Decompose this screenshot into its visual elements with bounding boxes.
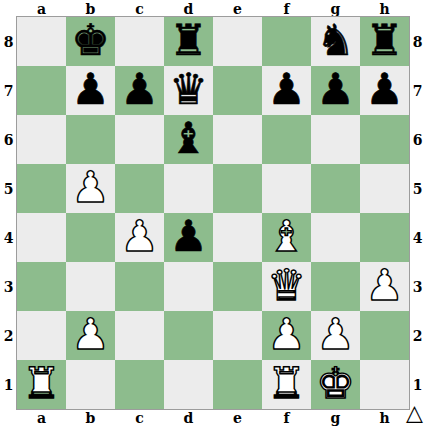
square-g8[interactable]: ♞ — [311, 17, 360, 66]
white-pawn-b5[interactable]: ♟ — [71, 163, 110, 212]
square-c7[interactable]: ♟ — [115, 66, 164, 115]
white-pawn-g2[interactable]: ♟ — [316, 310, 355, 359]
square-b7[interactable]: ♟ — [66, 66, 115, 115]
white-pawn-h3[interactable]: ♟ — [365, 261, 404, 310]
file-label-a-top: a — [17, 0, 66, 17]
square-g4[interactable] — [311, 213, 360, 262]
square-c8[interactable] — [115, 17, 164, 66]
black-pawn-h7[interactable]: ♟ — [365, 65, 404, 114]
black-rook-d8[interactable]: ♜ — [169, 16, 208, 65]
square-g2[interactable]: ♟ — [311, 311, 360, 360]
square-a1[interactable]: ♜ — [17, 360, 66, 409]
file-label-e-bottom: e — [213, 409, 262, 426]
square-b1[interactable] — [66, 360, 115, 409]
square-c3[interactable] — [115, 262, 164, 311]
square-f2[interactable]: ♟ — [262, 311, 311, 360]
white-pawn-b2[interactable]: ♟ — [71, 310, 110, 359]
square-b3[interactable] — [66, 262, 115, 311]
white-to-move-indicator: △ — [406, 402, 423, 424]
file-label-a-bottom: a — [17, 409, 66, 426]
file-label-c-top: c — [115, 0, 164, 17]
square-e2[interactable] — [213, 311, 262, 360]
square-a3[interactable] — [17, 262, 66, 311]
white-pawn-c4[interactable]: ♟ — [120, 212, 159, 261]
rank-label-6-right: 6 — [409, 115, 426, 164]
file-label-c-bottom: c — [115, 409, 164, 426]
rank-label-5-left: 5 — [0, 164, 17, 213]
square-b4[interactable] — [66, 213, 115, 262]
square-g3[interactable] — [311, 262, 360, 311]
square-c4[interactable]: ♟ — [115, 213, 164, 262]
white-pawn-f2[interactable]: ♟ — [267, 310, 306, 359]
square-e5[interactable] — [213, 164, 262, 213]
square-b2[interactable]: ♟ — [66, 311, 115, 360]
file-label-d-bottom: d — [164, 409, 213, 426]
black-pawn-f7[interactable]: ♟ — [267, 65, 306, 114]
rank-label-4-right: 4 — [409, 213, 426, 262]
file-label-e-top: e — [213, 0, 262, 17]
square-h4[interactable] — [360, 213, 409, 262]
square-f6[interactable] — [262, 115, 311, 164]
square-f7[interactable]: ♟ — [262, 66, 311, 115]
square-g1[interactable]: ♚ — [311, 360, 360, 409]
black-knight-g8[interactable]: ♞ — [316, 16, 355, 65]
file-label-f-bottom: f — [262, 409, 311, 426]
square-e6[interactable] — [213, 115, 262, 164]
black-queen-d7[interactable]: ♛ — [169, 65, 208, 114]
rank-label-2-right: 2 — [409, 311, 426, 360]
square-b6[interactable] — [66, 115, 115, 164]
square-a4[interactable] — [17, 213, 66, 262]
white-rook-a1[interactable]: ♜ — [22, 359, 61, 408]
square-a2[interactable] — [17, 311, 66, 360]
square-c1[interactable] — [115, 360, 164, 409]
rank-label-3-left: 3 — [0, 262, 17, 311]
square-a7[interactable] — [17, 66, 66, 115]
white-queen-f3[interactable]: ♛ — [267, 261, 306, 310]
square-f8[interactable] — [262, 17, 311, 66]
square-d2[interactable] — [164, 311, 213, 360]
black-rook-h8[interactable]: ♜ — [365, 16, 404, 65]
black-bishop-d6[interactable]: ♝ — [169, 114, 208, 163]
square-a5[interactable] — [17, 164, 66, 213]
file-label-h-bottom: h — [360, 409, 409, 426]
square-g7[interactable]: ♟ — [311, 66, 360, 115]
black-pawn-d4[interactable]: ♟ — [169, 212, 208, 261]
square-a8[interactable] — [17, 17, 66, 66]
rank-label-8-right: 8 — [409, 17, 426, 66]
square-h6[interactable] — [360, 115, 409, 164]
rank-label-7-right: 7 — [409, 66, 426, 115]
file-label-f-top: f — [262, 0, 311, 17]
square-f3[interactable]: ♛ — [262, 262, 311, 311]
file-label-g-bottom: g — [311, 409, 360, 426]
square-e7[interactable] — [213, 66, 262, 115]
black-pawn-b7[interactable]: ♟ — [71, 65, 110, 114]
square-h3[interactable]: ♟ — [360, 262, 409, 311]
board-corner — [0, 409, 17, 426]
rank-label-4-left: 4 — [0, 213, 17, 262]
square-c6[interactable] — [115, 115, 164, 164]
square-d1[interactable] — [164, 360, 213, 409]
square-d6[interactable]: ♝ — [164, 115, 213, 164]
chess-board-app: abcdefgh8♚♜♞♜87♟♟♛♟♟♟76♝65♟54♟♟♝43♛♟32♟♟… — [0, 0, 426, 426]
square-e4[interactable] — [213, 213, 262, 262]
square-e8[interactable] — [213, 17, 262, 66]
square-g6[interactable] — [311, 115, 360, 164]
square-h5[interactable] — [360, 164, 409, 213]
square-e3[interactable] — [213, 262, 262, 311]
square-e1[interactable] — [213, 360, 262, 409]
rank-label-5-right: 5 — [409, 164, 426, 213]
square-h2[interactable] — [360, 311, 409, 360]
board-corner — [409, 0, 426, 17]
square-d8[interactable]: ♜ — [164, 17, 213, 66]
file-label-b-bottom: b — [66, 409, 115, 426]
rank-label-7-left: 7 — [0, 66, 17, 115]
rank-label-8-left: 8 — [0, 17, 17, 66]
white-king-g1[interactable]: ♚ — [316, 359, 355, 408]
square-f1[interactable]: ♜ — [262, 360, 311, 409]
rank-label-6-left: 6 — [0, 115, 17, 164]
square-d4[interactable]: ♟ — [164, 213, 213, 262]
square-d7[interactable]: ♛ — [164, 66, 213, 115]
black-pawn-g7[interactable]: ♟ — [316, 65, 355, 114]
rank-label-2-left: 2 — [0, 311, 17, 360]
square-a6[interactable] — [17, 115, 66, 164]
square-d3[interactable] — [164, 262, 213, 311]
square-d5[interactable] — [164, 164, 213, 213]
square-h7[interactable]: ♟ — [360, 66, 409, 115]
square-g5[interactable] — [311, 164, 360, 213]
chess-board-grid: abcdefgh8♚♜♞♜87♟♟♛♟♟♟76♝65♟54♟♟♝43♛♟32♟♟… — [0, 0, 426, 426]
square-c5[interactable] — [115, 164, 164, 213]
square-c2[interactable] — [115, 311, 164, 360]
black-pawn-c7[interactable]: ♟ — [120, 65, 159, 114]
white-rook-f1[interactable]: ♜ — [267, 359, 306, 408]
square-b8[interactable]: ♚ — [66, 17, 115, 66]
rank-label-1-left: 1 — [0, 360, 17, 409]
rank-label-3-right: 3 — [409, 262, 426, 311]
black-king-b8[interactable]: ♚ — [71, 16, 110, 65]
square-h8[interactable]: ♜ — [360, 17, 409, 66]
square-f4[interactable]: ♝ — [262, 213, 311, 262]
white-bishop-f4[interactable]: ♝ — [267, 212, 306, 261]
square-h1[interactable] — [360, 360, 409, 409]
board-corner — [0, 0, 17, 17]
square-f5[interactable] — [262, 164, 311, 213]
square-b5[interactable]: ♟ — [66, 164, 115, 213]
